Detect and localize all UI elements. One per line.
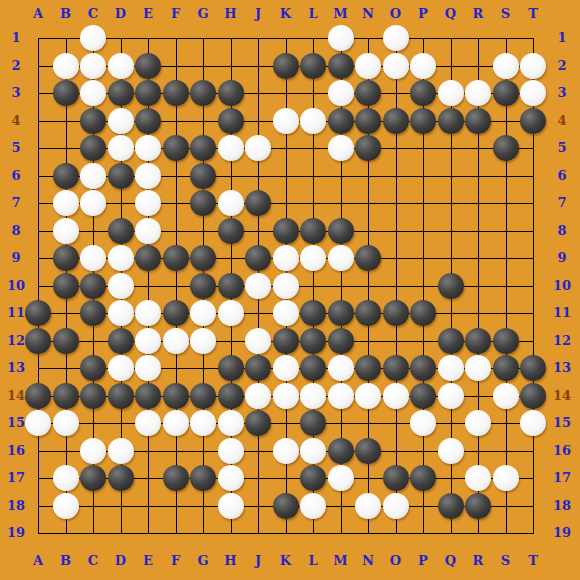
black-stone[interactable] xyxy=(438,273,464,299)
intersection-N18[interactable] xyxy=(354,492,382,520)
white-stone[interactable] xyxy=(53,218,79,244)
intersection-C10[interactable] xyxy=(79,272,107,300)
white-stone[interactable] xyxy=(108,273,134,299)
intersection-H6[interactable] xyxy=(217,162,245,190)
intersection-A18[interactable] xyxy=(24,492,52,520)
intersection-H8[interactable] xyxy=(217,217,245,245)
black-stone[interactable] xyxy=(190,465,216,491)
intersection-R14[interactable] xyxy=(464,382,492,410)
intersection-F13[interactable] xyxy=(162,354,190,382)
black-stone[interactable] xyxy=(465,108,491,134)
black-stone[interactable] xyxy=(190,273,216,299)
intersection-O16[interactable] xyxy=(382,437,410,465)
intersection-D6[interactable] xyxy=(107,162,135,190)
intersection-E15[interactable] xyxy=(134,409,162,437)
intersection-D8[interactable] xyxy=(107,217,135,245)
white-stone[interactable] xyxy=(53,465,79,491)
black-stone[interactable] xyxy=(273,53,299,79)
intersection-A6[interactable] xyxy=(24,162,52,190)
intersection-A5[interactable] xyxy=(24,134,52,162)
intersection-C7[interactable] xyxy=(79,189,107,217)
intersection-A13[interactable] xyxy=(24,354,52,382)
intersection-N16[interactable] xyxy=(354,437,382,465)
intersection-C14[interactable] xyxy=(79,382,107,410)
intersection-K3[interactable] xyxy=(272,79,300,107)
black-stone[interactable] xyxy=(410,355,436,381)
intersection-F10[interactable] xyxy=(162,272,190,300)
white-stone[interactable] xyxy=(438,80,464,106)
intersection-A11[interactable] xyxy=(24,299,52,327)
intersection-E11[interactable] xyxy=(134,299,162,327)
black-stone[interactable] xyxy=(80,108,106,134)
intersection-F1[interactable] xyxy=(162,24,190,52)
intersection-B7[interactable] xyxy=(52,189,80,217)
intersection-Q17[interactable] xyxy=(437,464,465,492)
intersection-B16[interactable] xyxy=(52,437,80,465)
intersection-B10[interactable] xyxy=(52,272,80,300)
black-stone[interactable] xyxy=(328,438,354,464)
intersection-O17[interactable] xyxy=(382,464,410,492)
intersection-H10[interactable] xyxy=(217,272,245,300)
black-stone[interactable] xyxy=(245,245,271,271)
white-stone[interactable] xyxy=(383,53,409,79)
intersection-G8[interactable] xyxy=(189,217,217,245)
intersection-P1[interactable] xyxy=(409,24,437,52)
intersection-T11[interactable] xyxy=(519,299,547,327)
intersection-J3[interactable] xyxy=(244,79,272,107)
intersection-G9[interactable] xyxy=(189,244,217,272)
intersection-O11[interactable] xyxy=(382,299,410,327)
intersection-D2[interactable] xyxy=(107,52,135,80)
intersection-K16[interactable] xyxy=(272,437,300,465)
intersection-J16[interactable] xyxy=(244,437,272,465)
intersection-H3[interactable] xyxy=(217,79,245,107)
intersection-D18[interactable] xyxy=(107,492,135,520)
black-stone[interactable] xyxy=(108,218,134,244)
intersection-D13[interactable] xyxy=(107,354,135,382)
intersection-A7[interactable] xyxy=(24,189,52,217)
black-stone[interactable] xyxy=(135,80,161,106)
intersection-Q18[interactable] xyxy=(437,492,465,520)
intersection-Q15[interactable] xyxy=(437,409,465,437)
black-stone[interactable] xyxy=(300,53,326,79)
intersection-S9[interactable] xyxy=(492,244,520,272)
black-stone[interactable] xyxy=(300,465,326,491)
intersection-R8[interactable] xyxy=(464,217,492,245)
intersection-J7[interactable] xyxy=(244,189,272,217)
black-stone[interactable] xyxy=(218,218,244,244)
intersection-S19[interactable] xyxy=(492,519,520,547)
intersection-F3[interactable] xyxy=(162,79,190,107)
intersection-R9[interactable] xyxy=(464,244,492,272)
intersection-C12[interactable] xyxy=(79,327,107,355)
intersection-C18[interactable] xyxy=(79,492,107,520)
intersection-S12[interactable] xyxy=(492,327,520,355)
intersection-B5[interactable] xyxy=(52,134,80,162)
intersection-J15[interactable] xyxy=(244,409,272,437)
white-stone[interactable] xyxy=(273,108,299,134)
black-stone[interactable] xyxy=(328,328,354,354)
black-stone[interactable] xyxy=(355,108,381,134)
intersection-G2[interactable] xyxy=(189,52,217,80)
black-stone[interactable] xyxy=(493,328,519,354)
black-stone[interactable] xyxy=(80,273,106,299)
black-stone[interactable] xyxy=(190,80,216,106)
intersection-N2[interactable] xyxy=(354,52,382,80)
intersection-M1[interactable] xyxy=(327,24,355,52)
white-stone[interactable] xyxy=(135,355,161,381)
black-stone[interactable] xyxy=(218,355,244,381)
intersection-L17[interactable] xyxy=(299,464,327,492)
intersection-L5[interactable] xyxy=(299,134,327,162)
black-stone[interactable] xyxy=(520,383,546,409)
intersection-R6[interactable] xyxy=(464,162,492,190)
intersection-G11[interactable] xyxy=(189,299,217,327)
intersection-K7[interactable] xyxy=(272,189,300,217)
intersection-F4[interactable] xyxy=(162,107,190,135)
intersection-E9[interactable] xyxy=(134,244,162,272)
black-stone[interactable] xyxy=(465,328,491,354)
intersection-C6[interactable] xyxy=(79,162,107,190)
intersection-T4[interactable] xyxy=(519,107,547,135)
intersection-R5[interactable] xyxy=(464,134,492,162)
white-stone[interactable] xyxy=(465,355,491,381)
white-stone[interactable] xyxy=(465,80,491,106)
intersection-R2[interactable] xyxy=(464,52,492,80)
intersection-P16[interactable] xyxy=(409,437,437,465)
intersection-R18[interactable] xyxy=(464,492,492,520)
intersection-P10[interactable] xyxy=(409,272,437,300)
intersection-G15[interactable] xyxy=(189,409,217,437)
intersection-J19[interactable] xyxy=(244,519,272,547)
white-stone[interactable] xyxy=(355,383,381,409)
intersection-P14[interactable] xyxy=(409,382,437,410)
intersection-K2[interactable] xyxy=(272,52,300,80)
intersection-R16[interactable] xyxy=(464,437,492,465)
intersection-J11[interactable] xyxy=(244,299,272,327)
intersection-Q19[interactable] xyxy=(437,519,465,547)
intersection-Q11[interactable] xyxy=(437,299,465,327)
intersection-A1[interactable] xyxy=(24,24,52,52)
white-stone[interactable] xyxy=(108,300,134,326)
white-stone[interactable] xyxy=(108,355,134,381)
black-stone[interactable] xyxy=(520,108,546,134)
black-stone[interactable] xyxy=(300,300,326,326)
black-stone[interactable] xyxy=(493,355,519,381)
intersection-T7[interactable] xyxy=(519,189,547,217)
intersection-G4[interactable] xyxy=(189,107,217,135)
intersection-M14[interactable] xyxy=(327,382,355,410)
black-stone[interactable] xyxy=(273,328,299,354)
black-stone[interactable] xyxy=(410,80,436,106)
intersection-B11[interactable] xyxy=(52,299,80,327)
intersection-H13[interactable] xyxy=(217,354,245,382)
intersection-T16[interactable] xyxy=(519,437,547,465)
black-stone[interactable] xyxy=(355,80,381,106)
intersection-N4[interactable] xyxy=(354,107,382,135)
white-stone[interactable] xyxy=(163,410,189,436)
intersection-J13[interactable] xyxy=(244,354,272,382)
white-stone[interactable] xyxy=(190,328,216,354)
white-stone[interactable] xyxy=(108,245,134,271)
intersection-S17[interactable] xyxy=(492,464,520,492)
intersection-E16[interactable] xyxy=(134,437,162,465)
black-stone[interactable] xyxy=(520,355,546,381)
black-stone[interactable] xyxy=(135,108,161,134)
intersection-B17[interactable] xyxy=(52,464,80,492)
black-stone[interactable] xyxy=(108,163,134,189)
intersection-P5[interactable] xyxy=(409,134,437,162)
intersection-N14[interactable] xyxy=(354,382,382,410)
white-stone[interactable] xyxy=(108,53,134,79)
white-stone[interactable] xyxy=(80,25,106,51)
intersection-B4[interactable] xyxy=(52,107,80,135)
white-stone[interactable] xyxy=(493,53,519,79)
intersection-C19[interactable] xyxy=(79,519,107,547)
intersection-A15[interactable] xyxy=(24,409,52,437)
black-stone[interactable] xyxy=(273,218,299,244)
intersection-G16[interactable] xyxy=(189,437,217,465)
black-stone[interactable] xyxy=(190,190,216,216)
white-stone[interactable] xyxy=(273,438,299,464)
white-stone[interactable] xyxy=(218,493,244,519)
intersection-S7[interactable] xyxy=(492,189,520,217)
white-stone[interactable] xyxy=(245,383,271,409)
intersection-C8[interactable] xyxy=(79,217,107,245)
intersection-E1[interactable] xyxy=(134,24,162,52)
intersection-Q8[interactable] xyxy=(437,217,465,245)
intersection-F8[interactable] xyxy=(162,217,190,245)
intersection-F15[interactable] xyxy=(162,409,190,437)
intersection-D1[interactable] xyxy=(107,24,135,52)
intersection-D14[interactable] xyxy=(107,382,135,410)
intersection-H9[interactable] xyxy=(217,244,245,272)
intersection-E12[interactable] xyxy=(134,327,162,355)
intersection-J18[interactable] xyxy=(244,492,272,520)
intersection-K13[interactable] xyxy=(272,354,300,382)
intersection-M2[interactable] xyxy=(327,52,355,80)
intersection-S11[interactable] xyxy=(492,299,520,327)
intersection-T8[interactable] xyxy=(519,217,547,245)
intersection-E2[interactable] xyxy=(134,52,162,80)
intersection-M7[interactable] xyxy=(327,189,355,217)
black-stone[interactable] xyxy=(163,245,189,271)
intersection-N15[interactable] xyxy=(354,409,382,437)
white-stone[interactable] xyxy=(300,245,326,271)
black-stone[interactable] xyxy=(108,383,134,409)
black-stone[interactable] xyxy=(438,328,464,354)
intersection-A4[interactable] xyxy=(24,107,52,135)
intersection-P13[interactable] xyxy=(409,354,437,382)
white-stone[interactable] xyxy=(383,493,409,519)
intersection-O12[interactable] xyxy=(382,327,410,355)
intersection-J17[interactable] xyxy=(244,464,272,492)
intersection-N1[interactable] xyxy=(354,24,382,52)
white-stone[interactable] xyxy=(135,300,161,326)
intersection-R1[interactable] xyxy=(464,24,492,52)
intersection-F18[interactable] xyxy=(162,492,190,520)
intersection-C9[interactable] xyxy=(79,244,107,272)
intersection-E7[interactable] xyxy=(134,189,162,217)
intersection-N9[interactable] xyxy=(354,244,382,272)
white-stone[interactable] xyxy=(218,190,244,216)
intersection-Q3[interactable] xyxy=(437,79,465,107)
intersection-Q10[interactable] xyxy=(437,272,465,300)
black-stone[interactable] xyxy=(245,355,271,381)
intersection-O18[interactable] xyxy=(382,492,410,520)
intersection-R4[interactable] xyxy=(464,107,492,135)
intersection-T18[interactable] xyxy=(519,492,547,520)
intersection-N10[interactable] xyxy=(354,272,382,300)
intersection-B3[interactable] xyxy=(52,79,80,107)
white-stone[interactable] xyxy=(328,355,354,381)
intersection-L8[interactable] xyxy=(299,217,327,245)
intersection-C4[interactable] xyxy=(79,107,107,135)
white-stone[interactable] xyxy=(493,465,519,491)
intersection-B18[interactable] xyxy=(52,492,80,520)
black-stone[interactable] xyxy=(355,438,381,464)
intersection-K19[interactable] xyxy=(272,519,300,547)
white-stone[interactable] xyxy=(273,355,299,381)
white-stone[interactable] xyxy=(80,190,106,216)
intersection-T5[interactable] xyxy=(519,134,547,162)
intersection-N11[interactable] xyxy=(354,299,382,327)
intersection-A10[interactable] xyxy=(24,272,52,300)
intersection-B9[interactable] xyxy=(52,244,80,272)
white-stone[interactable] xyxy=(218,410,244,436)
intersection-M16[interactable] xyxy=(327,437,355,465)
black-stone[interactable] xyxy=(438,493,464,519)
intersection-S5[interactable] xyxy=(492,134,520,162)
black-stone[interactable] xyxy=(410,300,436,326)
black-stone[interactable] xyxy=(410,465,436,491)
intersection-S15[interactable] xyxy=(492,409,520,437)
black-stone[interactable] xyxy=(108,80,134,106)
intersection-R19[interactable] xyxy=(464,519,492,547)
intersection-E19[interactable] xyxy=(134,519,162,547)
intersection-C17[interactable] xyxy=(79,464,107,492)
white-stone[interactable] xyxy=(245,135,271,161)
intersection-G18[interactable] xyxy=(189,492,217,520)
intersection-E18[interactable] xyxy=(134,492,162,520)
white-stone[interactable] xyxy=(25,410,51,436)
intersection-L12[interactable] xyxy=(299,327,327,355)
black-stone[interactable] xyxy=(163,383,189,409)
intersection-Q12[interactable] xyxy=(437,327,465,355)
intersection-J5[interactable] xyxy=(244,134,272,162)
intersection-C13[interactable] xyxy=(79,354,107,382)
white-stone[interactable] xyxy=(218,300,244,326)
black-stone[interactable] xyxy=(80,465,106,491)
intersection-K15[interactable] xyxy=(272,409,300,437)
white-stone[interactable] xyxy=(135,135,161,161)
intersection-B2[interactable] xyxy=(52,52,80,80)
intersection-F5[interactable] xyxy=(162,134,190,162)
intersection-O8[interactable] xyxy=(382,217,410,245)
intersection-O9[interactable] xyxy=(382,244,410,272)
intersection-M5[interactable] xyxy=(327,134,355,162)
intersection-Q9[interactable] xyxy=(437,244,465,272)
intersection-T9[interactable] xyxy=(519,244,547,272)
intersection-H4[interactable] xyxy=(217,107,245,135)
intersection-G19[interactable] xyxy=(189,519,217,547)
intersection-M18[interactable] xyxy=(327,492,355,520)
intersection-Q2[interactable] xyxy=(437,52,465,80)
white-stone[interactable] xyxy=(410,410,436,436)
black-stone[interactable] xyxy=(218,108,244,134)
intersection-O15[interactable] xyxy=(382,409,410,437)
intersection-N17[interactable] xyxy=(354,464,382,492)
intersection-L7[interactable] xyxy=(299,189,327,217)
intersection-N6[interactable] xyxy=(354,162,382,190)
intersection-T14[interactable] xyxy=(519,382,547,410)
intersection-G1[interactable] xyxy=(189,24,217,52)
intersection-R12[interactable] xyxy=(464,327,492,355)
intersection-T3[interactable] xyxy=(519,79,547,107)
intersection-J8[interactable] xyxy=(244,217,272,245)
intersection-P15[interactable] xyxy=(409,409,437,437)
black-stone[interactable] xyxy=(383,465,409,491)
white-stone[interactable] xyxy=(80,245,106,271)
black-stone[interactable] xyxy=(25,328,51,354)
black-stone[interactable] xyxy=(108,465,134,491)
intersection-P12[interactable] xyxy=(409,327,437,355)
intersection-J14[interactable] xyxy=(244,382,272,410)
intersection-T2[interactable] xyxy=(519,52,547,80)
intersection-P17[interactable] xyxy=(409,464,437,492)
intersection-O6[interactable] xyxy=(382,162,410,190)
intersection-A19[interactable] xyxy=(24,519,52,547)
intersection-D5[interactable] xyxy=(107,134,135,162)
intersection-F6[interactable] xyxy=(162,162,190,190)
black-stone[interactable] xyxy=(25,383,51,409)
black-stone[interactable] xyxy=(25,300,51,326)
intersection-J9[interactable] xyxy=(244,244,272,272)
intersection-P19[interactable] xyxy=(409,519,437,547)
intersection-K12[interactable] xyxy=(272,327,300,355)
intersection-P6[interactable] xyxy=(409,162,437,190)
intersection-L11[interactable] xyxy=(299,299,327,327)
black-stone[interactable] xyxy=(493,80,519,106)
white-stone[interactable] xyxy=(300,493,326,519)
black-stone[interactable] xyxy=(135,245,161,271)
white-stone[interactable] xyxy=(493,383,519,409)
intersection-C3[interactable] xyxy=(79,79,107,107)
intersection-K5[interactable] xyxy=(272,134,300,162)
intersection-D9[interactable] xyxy=(107,244,135,272)
white-stone[interactable] xyxy=(383,25,409,51)
black-stone[interactable] xyxy=(328,108,354,134)
intersection-D15[interactable] xyxy=(107,409,135,437)
intersection-L15[interactable] xyxy=(299,409,327,437)
intersection-M6[interactable] xyxy=(327,162,355,190)
white-stone[interactable] xyxy=(218,438,244,464)
intersection-S3[interactable] xyxy=(492,79,520,107)
black-stone[interactable] xyxy=(328,53,354,79)
intersection-L1[interactable] xyxy=(299,24,327,52)
black-stone[interactable] xyxy=(218,80,244,106)
intersection-D10[interactable] xyxy=(107,272,135,300)
black-stone[interactable] xyxy=(300,328,326,354)
white-stone[interactable] xyxy=(300,108,326,134)
intersection-B15[interactable] xyxy=(52,409,80,437)
go-board[interactable]: AA11BB22CC33DD44EE55FF66GG77HH88JJ99KK10… xyxy=(0,0,580,580)
intersection-D3[interactable] xyxy=(107,79,135,107)
intersection-M15[interactable] xyxy=(327,409,355,437)
white-stone[interactable] xyxy=(53,410,79,436)
intersection-T6[interactable] xyxy=(519,162,547,190)
intersection-A14[interactable] xyxy=(24,382,52,410)
